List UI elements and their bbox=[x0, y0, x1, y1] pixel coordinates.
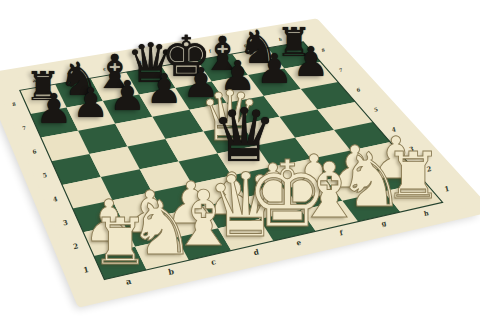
board-mat: aabbccddeeffgghh1122334455667788 bbox=[0, 0, 480, 320]
chess-set-photo: aabbccddeeffgghh1122334455667788 ♜♞♝♛♚♝♞… bbox=[0, 0, 480, 320]
